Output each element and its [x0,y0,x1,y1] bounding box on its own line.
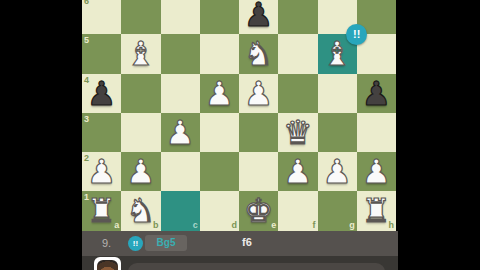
white-rook[interactable]: ♜ [357,191,396,230]
square-h2[interactable]: ♟ [357,152,396,191]
white-queen[interactable]: ♛ [278,113,317,152]
square-d5[interactable] [200,34,239,73]
white-pawn[interactable]: ♟ [82,152,121,191]
move-number: 9. [102,237,111,249]
square-e1[interactable]: e♚ [239,191,278,230]
white-pawn[interactable]: ♟ [239,74,278,113]
square-c6[interactable] [161,0,200,34]
square-d6[interactable] [200,0,239,34]
square-b5[interactable]: ♝ [121,34,160,73]
square-a4[interactable]: 4♟ [82,74,121,113]
square-h1[interactable]: h♜ [357,191,396,230]
square-f4[interactable] [278,74,317,113]
square-e2[interactable] [239,152,278,191]
square-b4[interactable] [121,74,160,113]
square-d1[interactable]: d [200,191,239,230]
square-f2[interactable]: ♟ [278,152,317,191]
white-pawn[interactable]: ♟ [318,152,357,191]
white-move-button[interactable]: Bg5 [145,235,187,251]
square-f6[interactable] [278,0,317,34]
square-b3[interactable] [121,113,160,152]
white-pawn[interactable]: ♟ [357,152,396,191]
square-a5[interactable]: 5 [82,34,121,73]
square-a1[interactable]: 1a♜ [82,191,121,230]
white-rook[interactable]: ♜ [82,191,121,230]
square-e4[interactable]: ♟ [239,74,278,113]
move-list-bar: 9. !! Bg5 f6 [82,231,398,257]
rank-label-6: 6 [84,0,89,6]
comment-input[interactable] [128,263,385,270]
file-label-c: c [193,220,198,230]
square-f5[interactable] [278,34,317,73]
square-b1[interactable]: b♞ [121,191,160,230]
white-pawn[interactable]: ♟ [200,74,239,113]
square-c2[interactable] [161,152,200,191]
square-c1[interactable]: c [161,191,200,230]
square-g2[interactable]: ♟ [318,152,357,191]
square-a3[interactable]: 3 [82,113,121,152]
avatar [94,257,121,270]
black-move-button[interactable]: f6 [242,236,252,248]
square-h3[interactable] [357,113,396,152]
file-label-f: f [313,220,316,230]
square-g4[interactable] [318,74,357,113]
bottom-strip [82,256,398,270]
rank-label-5: 5 [84,35,89,45]
square-f3[interactable]: ♛ [278,113,317,152]
square-d3[interactable] [200,113,239,152]
square-e3[interactable] [239,113,278,152]
white-king[interactable]: ♚ [239,191,278,230]
brilliant-badge-small: !! [128,236,143,251]
square-a2[interactable]: 2♟ [82,152,121,191]
black-pawn[interactable]: ♟ [357,74,396,113]
rank-label-3: 3 [84,114,89,124]
file-label-g: g [349,220,355,230]
white-knight[interactable]: ♞ [121,191,160,230]
black-pawn[interactable]: ♟ [82,74,121,113]
square-g3[interactable] [318,113,357,152]
white-pawn[interactable]: ♟ [278,152,317,191]
square-d2[interactable] [200,152,239,191]
black-pawn[interactable]: ♟ [239,0,278,34]
square-c3[interactable]: ♟ [161,113,200,152]
square-f1[interactable]: f [278,191,317,230]
white-bishop[interactable]: ♝ [121,34,160,73]
white-pawn[interactable]: ♟ [161,113,200,152]
square-c4[interactable] [161,74,200,113]
square-h4[interactable]: ♟ [357,74,396,113]
square-b2[interactable]: ♟ [121,152,160,191]
white-knight[interactable]: ♞ [239,34,278,73]
video-frame: 6♟5♝♞♝4♟♟♟♟3♟♛2♟♟♟♟♟1a♜b♞cde♚fgh♜ !! 9. … [0,0,480,270]
square-g1[interactable]: g [318,191,357,230]
avatar-photo [97,260,118,270]
square-e6[interactable]: ♟ [239,0,278,34]
square-b6[interactable] [121,0,160,34]
square-e5[interactable]: ♞ [239,34,278,73]
square-d4[interactable]: ♟ [200,74,239,113]
white-pawn[interactable]: ♟ [121,152,160,191]
brilliant-move-badge: !! [346,24,367,45]
square-a6[interactable]: 6 [82,0,121,34]
file-label-d: d [232,220,238,230]
square-c5[interactable] [161,34,200,73]
